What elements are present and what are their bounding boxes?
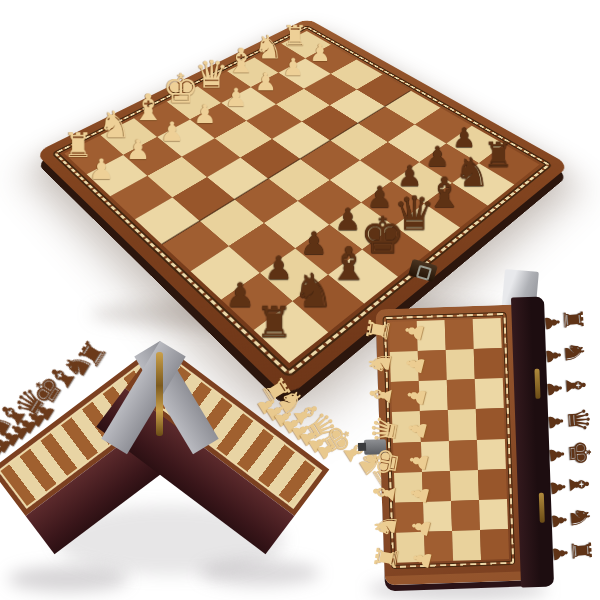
chess-piece-white-r: ♜ xyxy=(283,22,308,50)
square xyxy=(447,379,476,410)
square xyxy=(449,439,478,470)
magnet-piece-white-r: ♜ xyxy=(362,314,395,345)
chess-piece-black-b: ♝ xyxy=(329,241,370,287)
chess-piece-black-n: ♞ xyxy=(292,268,334,314)
chess-piece-white-n: ♞ xyxy=(254,31,283,64)
magnet-piece-white-q: ♛ xyxy=(365,412,403,447)
magnet-piece-white-n: ♞ xyxy=(364,347,397,378)
square xyxy=(479,499,508,530)
chess-piece-white-p: ♟ xyxy=(254,70,276,95)
magnet-piece-black-n: ♞ xyxy=(567,505,595,530)
square xyxy=(452,530,481,561)
chess-piece-white-q: ♛ xyxy=(195,55,229,93)
square xyxy=(450,470,479,501)
chess-piece-white-p: ♟ xyxy=(125,136,150,163)
magnet-piece-black-b: ♝ xyxy=(565,472,593,497)
chess-piece-black-p: ♟ xyxy=(264,252,293,284)
chess-piece-white-p: ♟ xyxy=(193,101,216,127)
tent-hinge-icon xyxy=(156,352,163,436)
vertical-board-wrap: ♜♞♝♛♚♝♞♜♟♟♟♟♟♟♟♟ ♟♜♟♞♟♝♟♛♟♚♟♝♟♞♟♜ xyxy=(347,282,600,600)
magnet-piece-white-k: ♚ xyxy=(367,445,405,480)
magnet-piece-black-r: ♜ xyxy=(568,538,596,563)
edge-hinge-top-icon xyxy=(534,369,540,399)
magnet-piece-black-q: ♛ xyxy=(563,406,594,434)
magnet-piece-black-k: ♚ xyxy=(564,439,595,467)
square xyxy=(446,349,475,380)
clasp-pin-icon xyxy=(358,443,366,451)
chess-piece-white-b: ♝ xyxy=(226,44,257,78)
chess-piece-black-p: ♟ xyxy=(452,124,476,151)
chess-piece-black-p: ♟ xyxy=(335,205,362,235)
chess-piece-white-p: ♟ xyxy=(282,55,304,79)
magnet-piece-black-b: ♝ xyxy=(562,373,590,398)
magnet-piece-white-b: ♝ xyxy=(368,477,401,508)
chess-piece-white-p: ♟ xyxy=(89,155,114,183)
square xyxy=(473,318,502,349)
magnet-piece-white-b: ♝ xyxy=(365,380,398,411)
folded-tent-view: ♜♞♝♛♚♝♞♜ ♟♟♟♟♟♟♟♟ ♜♞♝♛♚♝♞♜ ♟♟♟♟♟♟♟♟ xyxy=(0,328,350,600)
chess-piece-black-p: ♟ xyxy=(225,279,255,312)
chess-piece-white-p: ♟ xyxy=(224,85,247,110)
chess-piece-white-p: ♟ xyxy=(160,118,184,145)
chess-piece-black-p: ♟ xyxy=(426,143,451,171)
square xyxy=(445,319,474,350)
square xyxy=(474,348,503,379)
vertical-board-view: ♜♞♝♛♚♝♞♜♟♟♟♟♟♟♟♟ ♟♜♟♞♟♝♟♛♟♚♟♝♟♞♟♜ xyxy=(352,286,600,600)
magnet-piece-black-n: ♞ xyxy=(561,340,589,365)
square xyxy=(476,408,505,439)
chess-piece-black-p: ♟ xyxy=(301,228,329,259)
square xyxy=(451,500,480,531)
edge-hinge-bottom-icon xyxy=(539,493,545,523)
magnet-piece-white-r: ♜ xyxy=(370,543,403,574)
chess-piece-white-p: ♟ xyxy=(309,41,330,65)
magnet-piece-white-n: ♞ xyxy=(369,510,402,541)
square xyxy=(448,409,477,440)
square xyxy=(475,378,504,409)
square xyxy=(477,438,506,469)
square xyxy=(478,469,507,500)
magnet-piece-black-r: ♜ xyxy=(560,307,588,332)
square xyxy=(480,529,509,560)
